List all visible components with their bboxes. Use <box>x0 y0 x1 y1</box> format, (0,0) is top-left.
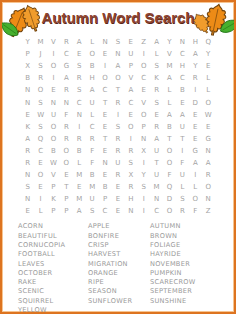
grid-cell[interactable]: M <box>163 60 176 72</box>
grid-cell[interactable]: D <box>163 193 176 205</box>
grid-cell[interactable]: P <box>137 121 150 133</box>
grid-cell[interactable]: R <box>73 72 86 84</box>
grid-cell[interactable]: T <box>99 133 112 145</box>
grid-cell[interactable]: W <box>202 109 215 121</box>
grid-cell[interactable]: Y <box>163 36 176 48</box>
grid-cell[interactable]: E <box>137 84 150 96</box>
grid-cell[interactable]: E <box>189 121 202 133</box>
grid-cell[interactable]: O <box>124 121 137 133</box>
grid-cell[interactable]: P <box>124 60 137 72</box>
grid-cell[interactable]: R <box>111 133 124 145</box>
grid-cell[interactable]: E <box>47 84 60 96</box>
grid-cell[interactable]: E <box>111 181 124 193</box>
grid-cell[interactable]: A <box>150 36 163 48</box>
grid-cell[interactable]: S <box>124 157 137 169</box>
grid-cell[interactable]: O <box>202 181 215 193</box>
grid-cell[interactable]: R <box>73 133 86 145</box>
grid-cell[interactable]: I <box>176 145 189 157</box>
grid-cell[interactable]: V <box>47 36 60 48</box>
grid-cell[interactable]: B <box>163 121 176 133</box>
grid-cell[interactable]: O <box>34 84 47 96</box>
grid-cell[interactable]: V <box>47 169 60 181</box>
grid-cell[interactable]: A <box>60 72 73 84</box>
word-list-item: AUTUMN <box>150 222 196 231</box>
grid-cell[interactable]: M <box>150 181 163 193</box>
grid-cell[interactable]: A <box>73 36 86 48</box>
grid-cell[interactable]: Y <box>202 48 215 60</box>
grid-cell[interactable]: F <box>86 157 99 169</box>
grid-cell[interactable]: V <box>163 48 176 60</box>
grid-cell[interactable]: M <box>73 169 86 181</box>
word-list-item: CORNUCOPIA <box>18 241 88 250</box>
grid-cell[interactable]: C <box>34 145 47 157</box>
grid-cell[interactable]: B <box>47 145 60 157</box>
grid-cell[interactable]: E <box>21 109 34 121</box>
grid-cell[interactable]: S <box>150 60 163 72</box>
grid-cell[interactable]: E <box>202 121 215 133</box>
grid-cell[interactable]: E <box>150 109 163 121</box>
grid-cell[interactable]: P <box>60 205 73 217</box>
word-list-item: SUNSHINE <box>150 297 196 306</box>
grid-cell[interactable]: F <box>60 109 73 121</box>
grid-cell[interactable]: H <box>176 60 189 72</box>
grid-cell[interactable]: E <box>60 169 73 181</box>
grid-cell[interactable]: N <box>176 36 189 48</box>
grid-cell[interactable]: L <box>86 36 99 48</box>
word-list-item: SQUIRREL <box>18 297 88 306</box>
grid-cell[interactable]: N <box>111 48 124 60</box>
grid-cell[interactable]: E <box>189 133 202 145</box>
grid-cell[interactable]: F <box>176 157 189 169</box>
word-list-item: SEASON <box>88 287 150 296</box>
grid-cell[interactable]: R <box>176 205 189 217</box>
grid-cell[interactable]: V <box>137 96 150 108</box>
grid-cell[interactable]: R <box>21 145 34 157</box>
grid-cell[interactable]: I <box>189 84 202 96</box>
grid-cell[interactable]: S <box>34 121 47 133</box>
grid-cell[interactable]: A <box>163 72 176 84</box>
word-list: ACORNBEAUTIFULCORNUCOPIAFOOTBALLLEAVESOC… <box>18 222 234 314</box>
grid-cell[interactable]: E <box>111 193 124 205</box>
word-list-item: MIGRATION <box>88 260 150 269</box>
grid-cell[interactable]: B <box>86 60 99 72</box>
grid-cell[interactable]: J <box>34 48 47 60</box>
grid-cell[interactable]: U <box>150 145 163 157</box>
grid-cell[interactable]: N <box>21 169 34 181</box>
grid-cell[interactable]: C <box>99 84 112 96</box>
grid-cell[interactable]: R <box>111 96 124 108</box>
grid-cell[interactable]: M <box>34 36 47 48</box>
grid-cell[interactable]: Q <box>163 181 176 193</box>
grid-cell[interactable]: S <box>111 36 124 48</box>
letter-grid: YMVRALNSEZAYNHQPJICEOENUILVCAYXSOGSBIAPO… <box>21 36 215 217</box>
grid-cell[interactable]: A <box>176 109 189 121</box>
grid-cell[interactable]: O <box>111 72 124 84</box>
grid-cell[interactable]: U <box>111 157 124 169</box>
grid-cell[interactable]: P <box>47 205 60 217</box>
grid-cell[interactable]: W <box>34 109 47 121</box>
grid-cell[interactable]: O <box>137 60 150 72</box>
grid-cell[interactable]: O <box>163 157 176 169</box>
word-list-item: HARVEST <box>88 250 150 259</box>
grid-cell[interactable]: I <box>137 48 150 60</box>
grid-cell[interactable]: A <box>189 48 202 60</box>
word-search-page: Autumn Word Search YMVRALNSEZAYNHQPJICEO… <box>0 0 236 314</box>
grid-cell[interactable]: Q <box>34 133 47 145</box>
grid-cell[interactable]: E <box>73 48 86 60</box>
grid-cell[interactable]: P <box>99 193 112 205</box>
word-list-item: LEAVES <box>18 260 88 269</box>
grid-cell[interactable]: B <box>99 181 112 193</box>
word-list-item: RAKE <box>18 278 88 287</box>
grid-cell[interactable]: T <box>176 133 189 145</box>
grid-cell[interactable]: C <box>137 72 150 84</box>
grid-cell[interactable]: E <box>99 121 112 133</box>
grid-cell[interactable]: X <box>21 60 34 72</box>
grid-cell[interactable]: O <box>60 157 73 169</box>
grid-cell[interactable]: D <box>189 96 202 108</box>
grid-cell[interactable]: F <box>189 205 202 217</box>
grid-cell[interactable]: N <box>60 96 73 108</box>
grid-cell[interactable]: N <box>137 133 150 145</box>
grid-cell[interactable]: R <box>150 121 163 133</box>
grid-cell[interactable]: I <box>111 109 124 121</box>
word-list-item: SCENIC <box>18 287 88 296</box>
grid-cell[interactable]: N <box>21 84 34 96</box>
word-list-item: ORANGE <box>88 269 150 278</box>
grid-cell[interactable]: L <box>86 109 99 121</box>
grid-cell[interactable]: E <box>124 36 137 48</box>
grid-cell[interactable]: I <box>137 193 150 205</box>
word-list-item: BROWN <box>150 232 196 241</box>
grid-cell[interactable]: V <box>124 72 137 84</box>
grid-cell[interactable]: I <box>99 60 112 72</box>
word-list-item: BONFIRE <box>88 232 150 241</box>
grid-cell[interactable]: C <box>176 72 189 84</box>
grid-cell[interactable]: E <box>124 109 137 121</box>
grid-cell[interactable]: Y <box>189 60 202 72</box>
grid-cell[interactable]: R <box>202 169 215 181</box>
word-list-item: SEPTEMBER <box>150 287 196 296</box>
grid-cell[interactable]: N <box>99 157 112 169</box>
grid-cell[interactable]: L <box>73 157 86 169</box>
grid-cell[interactable]: F <box>163 169 176 181</box>
grid-cell[interactable]: G <box>189 145 202 157</box>
word-list-column-2: APPLEBONFIRECRISPHARVESTMIGRATIONORANGER… <box>88 222 150 314</box>
grid-cell[interactable]: L <box>202 84 215 96</box>
grid-cell[interactable]: E <box>202 60 215 72</box>
word-list-item: CRISP <box>88 241 150 250</box>
grid-cell[interactable]: Y <box>137 169 150 181</box>
grid-cell[interactable]: U <box>47 109 60 121</box>
grid-cell[interactable]: S <box>34 96 47 108</box>
grid-cell[interactable]: R <box>124 181 137 193</box>
word-list-item: BEAUTIFUL <box>18 232 88 241</box>
grid-cell[interactable]: R <box>189 72 202 84</box>
grid-cell[interactable]: I <box>73 121 86 133</box>
grid-cell[interactable]: H <box>86 72 99 84</box>
grid-cell[interactable]: C <box>124 96 137 108</box>
grid-cell[interactable]: T <box>60 181 73 193</box>
grid-cell[interactable]: O <box>86 48 99 60</box>
grid-cell[interactable]: C <box>150 205 163 217</box>
grid-cell[interactable]: N <box>202 193 215 205</box>
word-list-item: FOOTBALL <box>18 250 88 259</box>
grid-cell[interactable]: H <box>124 193 137 205</box>
grid-cell[interactable]: I <box>137 205 150 217</box>
grid-cell[interactable]: P <box>21 48 34 60</box>
grid-cell[interactable]: L <box>202 72 215 84</box>
grid-cell[interactable]: U <box>86 96 99 108</box>
grid-cell[interactable]: E <box>99 48 112 60</box>
grid-cell[interactable]: A <box>21 133 34 145</box>
grid-cell[interactable]: R <box>150 84 163 96</box>
grid-cell[interactable]: N <box>124 205 137 217</box>
grid-cell[interactable]: L <box>34 205 47 217</box>
grid-cell[interactable]: P <box>60 193 73 205</box>
grid-cell[interactable]: A <box>150 133 163 145</box>
word-list-item: ACORN <box>18 222 88 231</box>
grid-cell[interactable]: S <box>34 60 47 72</box>
word-list-item: APPLE <box>88 222 150 231</box>
word-list-column-3: AUTUMNBROWNFOLIAGEHAYRIDENOVEMBERPUMPKIN… <box>150 222 196 314</box>
grid-cell[interactable]: E <box>73 181 86 193</box>
grid-cell[interactable]: O <box>99 72 112 84</box>
grid-cell[interactable]: A <box>111 60 124 72</box>
grid-cell[interactable]: A <box>124 84 137 96</box>
word-list-item: SCARECROW <box>150 278 196 287</box>
grid-cell[interactable]: L <box>163 96 176 108</box>
word-list-item: PUMPKIN <box>150 269 196 278</box>
word-list-item: FOLIAGE <box>150 241 196 250</box>
grid-cell[interactable]: R <box>60 133 73 145</box>
grid-cell[interactable]: N <box>99 36 112 48</box>
grid-cell[interactable]: O <box>202 96 215 108</box>
grid-cell[interactable]: A <box>163 109 176 121</box>
grid-cell[interactable]: E <box>99 145 112 157</box>
grid-cell[interactable]: A <box>73 205 86 217</box>
grid-cell[interactable]: T <box>111 84 124 96</box>
grid-cell[interactable]: C <box>60 48 73 60</box>
grid-cell[interactable]: B <box>176 84 189 96</box>
grid-cell[interactable]: E <box>99 109 112 121</box>
grid-cell[interactable]: R <box>124 145 137 157</box>
grid-cell[interactable]: O <box>47 121 60 133</box>
grid-cell[interactable]: A <box>86 84 99 96</box>
grid-cell[interactable]: B <box>73 145 86 157</box>
grid-cell[interactable]: R <box>21 157 34 169</box>
grid-cell[interactable]: N <box>21 96 34 108</box>
word-list-item: OCTOBER <box>18 269 88 278</box>
grid-cell[interactable]: S <box>150 96 163 108</box>
grid-cell[interactable]: G <box>202 133 215 145</box>
grid-cell[interactable]: K <box>21 121 34 133</box>
grid-cell[interactable]: F <box>86 145 99 157</box>
grid-cell[interactable]: E <box>99 169 112 181</box>
grid-cell[interactable]: C <box>176 48 189 60</box>
grid-cell[interactable]: O <box>47 133 60 145</box>
grid-cell[interactable]: U <box>124 48 137 60</box>
grid-cell[interactable]: S <box>73 84 86 96</box>
grid-cell[interactable]: X <box>124 169 137 181</box>
grid-cell[interactable]: M <box>86 181 99 193</box>
grid-cell[interactable]: C <box>99 205 112 217</box>
grid-cell[interactable]: R <box>60 36 73 48</box>
grid-cell[interactable]: O <box>34 169 47 181</box>
grid-cell[interactable]: E <box>34 181 47 193</box>
grid-cell[interactable]: L <box>176 181 189 193</box>
grid-cell[interactable]: B <box>21 72 34 84</box>
grid-cell[interactable]: T <box>163 133 176 145</box>
grid-cell[interactable]: C <box>73 96 86 108</box>
grid-cell[interactable]: B <box>86 169 99 181</box>
grid-cell[interactable]: O <box>163 205 176 217</box>
grid-cell[interactable]: S <box>176 193 189 205</box>
grid-cell[interactable]: I <box>47 48 60 60</box>
grid-cell[interactable]: I <box>137 157 150 169</box>
grid-cell[interactable]: N <box>150 193 163 205</box>
grid-cell[interactable]: I <box>47 72 60 84</box>
grid-cell[interactable]: S <box>111 121 124 133</box>
grid-cell[interactable]: U <box>86 193 99 205</box>
header: Autumn Word Search <box>2 2 234 35</box>
grid-cell[interactable]: Z <box>137 36 150 48</box>
grid-cell[interactable]: R <box>60 84 73 96</box>
word-list-item: HAYRIDE <box>150 250 196 259</box>
grid-cell[interactable]: S <box>21 181 34 193</box>
grid-cell[interactable]: L <box>163 84 176 96</box>
grid-cell[interactable]: E <box>176 96 189 108</box>
grid-cell[interactable]: S <box>137 181 150 193</box>
word-list-item: NOVEMBER <box>150 260 196 269</box>
grid-cell[interactable]: I <box>189 169 202 181</box>
grid-cell[interactable]: R <box>111 169 124 181</box>
grid-cell[interactable]: M <box>73 193 86 205</box>
grid-cell[interactable]: N <box>21 193 34 205</box>
word-list-column-1: ACORNBEAUTIFULCORNUCOPIAFOOTBALLLEAVESOC… <box>18 222 88 314</box>
grid-cell[interactable]: Z <box>202 205 215 217</box>
grid-cell[interactable]: O <box>189 193 202 205</box>
grid-cell[interactable]: X <box>137 145 150 157</box>
grid-cell[interactable]: A <box>189 157 202 169</box>
grid-cell[interactable]: N <box>47 96 60 108</box>
grid-cell[interactable]: N <box>73 109 86 121</box>
grid-cell[interactable]: L <box>150 48 163 60</box>
grid-cell[interactable]: U <box>150 169 163 181</box>
grid-cell[interactable]: K <box>47 193 60 205</box>
grid-cell[interactable]: T <box>150 157 163 169</box>
grid-cell[interactable]: O <box>47 60 60 72</box>
grid-cell[interactable]: O <box>163 145 176 157</box>
grid-cell[interactable]: O <box>137 109 150 121</box>
grid-cell[interactable]: G <box>60 60 73 72</box>
grid-cell[interactable]: I <box>124 133 137 145</box>
grid-cell[interactable]: I <box>34 193 47 205</box>
grid-cell[interactable]: S <box>86 205 99 217</box>
grid-cell[interactable]: R <box>34 72 47 84</box>
grid-cell[interactable]: C <box>86 121 99 133</box>
grid-cell[interactable]: E <box>21 205 34 217</box>
grid-cell[interactable]: R <box>111 145 124 157</box>
grid-cell[interactable]: R <box>60 121 73 133</box>
grid-cell[interactable]: L <box>189 181 202 193</box>
grid-cell[interactable]: E <box>111 205 124 217</box>
word-list-item: YELLOW <box>18 306 88 314</box>
grid-cell[interactable]: K <box>150 72 163 84</box>
grid-cell[interactable]: P <box>47 181 60 193</box>
grid-cell[interactable]: S <box>73 60 86 72</box>
grid-cell[interactable]: R <box>86 133 99 145</box>
grid-cell[interactable]: E <box>34 157 47 169</box>
word-list-item: SUNFLOWER <box>88 297 150 306</box>
grid-cell[interactable]: O <box>60 145 73 157</box>
grid-cell[interactable]: W <box>47 157 60 169</box>
grid-cell[interactable]: U <box>176 121 189 133</box>
word-list-item: RIPE <box>88 278 150 287</box>
grid-cell[interactable]: E <box>189 109 202 121</box>
grid-cell[interactable]: U <box>176 169 189 181</box>
grid-cell[interactable]: A <box>202 157 215 169</box>
grid-cell[interactable]: N <box>202 145 215 157</box>
grid-cell[interactable]: T <box>99 96 112 108</box>
